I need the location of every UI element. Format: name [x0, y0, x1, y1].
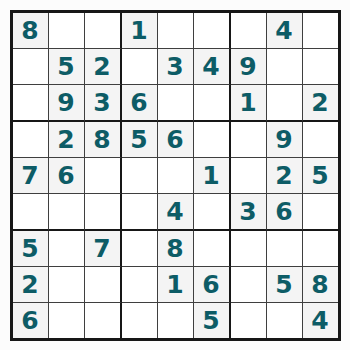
- cell-r5c8[interactable]: 2: [267, 158, 303, 194]
- cell-r5c1[interactable]: 7: [13, 158, 49, 194]
- cell-r9c2[interactable]: [49, 303, 85, 338]
- cell-r2c6[interactable]: 4: [194, 49, 231, 85]
- cell-r5c5[interactable]: [158, 158, 194, 194]
- cell-r5c4[interactable]: [122, 158, 158, 194]
- cell-r1c6[interactable]: [194, 13, 231, 49]
- cell-r2c2[interactable]: 5: [49, 49, 85, 85]
- cell-r2c7[interactable]: 9: [231, 49, 267, 85]
- cell-r8c1[interactable]: 2: [13, 267, 49, 303]
- cell-r3c7[interactable]: 1: [231, 85, 267, 122]
- cell-r4c7[interactable]: [231, 122, 267, 158]
- cell-r1c2[interactable]: [49, 13, 85, 49]
- cell-r2c5[interactable]: 3: [158, 49, 194, 85]
- cell-r4c5[interactable]: 6: [158, 122, 194, 158]
- cell-r4c2[interactable]: 2: [49, 122, 85, 158]
- cell-r2c3[interactable]: 2: [85, 49, 122, 85]
- cell-r6c2[interactable]: [49, 194, 85, 231]
- cell-r8c2[interactable]: [49, 267, 85, 303]
- cell-r9c6[interactable]: 5: [194, 303, 231, 338]
- cell-r6c3[interactable]: [85, 194, 122, 231]
- cell-r2c8[interactable]: [267, 49, 303, 85]
- cell-r8c4[interactable]: [122, 267, 158, 303]
- cell-r3c2[interactable]: 9: [49, 85, 85, 122]
- cell-r7c6[interactable]: [194, 231, 231, 267]
- cell-r1c4[interactable]: 1: [122, 13, 158, 49]
- cell-r9c7[interactable]: [231, 303, 267, 338]
- cell-r7c7[interactable]: [231, 231, 267, 267]
- cell-r8c3[interactable]: [85, 267, 122, 303]
- cell-r9c5[interactable]: [158, 303, 194, 338]
- cell-r9c8[interactable]: [267, 303, 303, 338]
- cell-r2c4[interactable]: [122, 49, 158, 85]
- cell-r5c3[interactable]: [85, 158, 122, 194]
- cell-r8c6[interactable]: 6: [194, 267, 231, 303]
- cell-r8c7[interactable]: [231, 267, 267, 303]
- cell-r4c3[interactable]: 8: [85, 122, 122, 158]
- cell-r5c7[interactable]: [231, 158, 267, 194]
- cell-r7c2[interactable]: [49, 231, 85, 267]
- cell-r6c7[interactable]: 3: [231, 194, 267, 231]
- cell-r5c2[interactable]: 6: [49, 158, 85, 194]
- cell-r3c9[interactable]: 2: [303, 85, 338, 122]
- cell-r6c9[interactable]: [303, 194, 338, 231]
- sudoku-board: 8145234993612285697612543657821658654: [10, 10, 341, 341]
- cell-r5c9[interactable]: 5: [303, 158, 338, 194]
- cell-r1c7[interactable]: [231, 13, 267, 49]
- cell-r3c5[interactable]: [158, 85, 194, 122]
- cell-r8c5[interactable]: 1: [158, 267, 194, 303]
- cell-r3c1[interactable]: [13, 85, 49, 122]
- cell-r4c6[interactable]: [194, 122, 231, 158]
- cell-r9c1[interactable]: 6: [13, 303, 49, 338]
- cell-r6c5[interactable]: 4: [158, 194, 194, 231]
- cell-r3c4[interactable]: 6: [122, 85, 158, 122]
- cell-r3c6[interactable]: [194, 85, 231, 122]
- cell-r9c3[interactable]: [85, 303, 122, 338]
- cell-r6c1[interactable]: [13, 194, 49, 231]
- cell-r6c6[interactable]: [194, 194, 231, 231]
- cell-r1c8[interactable]: 4: [267, 13, 303, 49]
- cell-r2c1[interactable]: [13, 49, 49, 85]
- cell-r1c1[interactable]: 8: [13, 13, 49, 49]
- cell-r7c3[interactable]: 7: [85, 231, 122, 267]
- cell-r4c8[interactable]: 9: [267, 122, 303, 158]
- cell-r1c9[interactable]: [303, 13, 338, 49]
- cell-r9c4[interactable]: [122, 303, 158, 338]
- cell-r4c9[interactable]: [303, 122, 338, 158]
- cell-r4c4[interactable]: 5: [122, 122, 158, 158]
- cell-r3c3[interactable]: 3: [85, 85, 122, 122]
- cell-r2c9[interactable]: [303, 49, 338, 85]
- cell-r7c9[interactable]: [303, 231, 338, 267]
- cell-r7c1[interactable]: 5: [13, 231, 49, 267]
- cell-r6c8[interactable]: 6: [267, 194, 303, 231]
- cell-r3c8[interactable]: [267, 85, 303, 122]
- cell-r1c5[interactable]: [158, 13, 194, 49]
- cell-r8c9[interactable]: 8: [303, 267, 338, 303]
- cell-r7c8[interactable]: [267, 231, 303, 267]
- cell-r1c3[interactable]: [85, 13, 122, 49]
- cell-r4c1[interactable]: [13, 122, 49, 158]
- cell-r5c6[interactable]: 1: [194, 158, 231, 194]
- cell-r7c5[interactable]: 8: [158, 231, 194, 267]
- cell-r7c4[interactable]: [122, 231, 158, 267]
- cell-r6c4[interactable]: [122, 194, 158, 231]
- cell-r8c8[interactable]: 5: [267, 267, 303, 303]
- cell-r9c9[interactable]: 4: [303, 303, 338, 338]
